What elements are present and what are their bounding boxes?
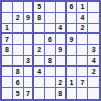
cell-r5c5[interactable] <box>45 45 56 56</box>
cell-r3c7[interactable] <box>67 24 78 35</box>
cell-r6c8[interactable] <box>77 56 88 67</box>
cell-r3c2[interactable] <box>13 24 24 35</box>
cell-r6c4[interactable] <box>34 56 45 67</box>
cell-r8c5[interactable] <box>45 77 56 88</box>
cell-r4c4[interactable] <box>34 34 45 45</box>
cell-r7c2[interactable]: 8 <box>13 67 24 78</box>
cell-r6c5[interactable]: 8 <box>45 56 56 67</box>
cell-r4c3[interactable] <box>24 34 35 45</box>
cell-r7c3[interactable] <box>24 67 35 78</box>
cell-r1c5[interactable] <box>45 2 56 13</box>
cell-r9c5[interactable] <box>45 88 56 99</box>
cell-r8c7[interactable]: 1 <box>67 77 78 88</box>
cell-r2c8[interactable]: 4 <box>77 13 88 24</box>
cell-r3c5[interactable] <box>45 24 56 35</box>
sudoku-board: 561298414276982933848426217578 <box>0 0 101 101</box>
cell-r3c9[interactable] <box>88 24 99 35</box>
cell-r7c9[interactable]: 2 <box>88 67 99 78</box>
cell-r3c3[interactable] <box>24 24 35 35</box>
cell-r8c8[interactable]: 7 <box>77 77 88 88</box>
cell-r2c9[interactable] <box>88 13 99 24</box>
cell-r6c3[interactable]: 3 <box>24 56 35 67</box>
cell-r5c4[interactable]: 2 <box>34 45 45 56</box>
cell-r1c1[interactable] <box>2 2 13 13</box>
cell-r4c5[interactable]: 6 <box>45 34 56 45</box>
cell-r4c1[interactable]: 7 <box>2 34 13 45</box>
cell-r2c7[interactable] <box>67 13 78 24</box>
cell-r9c3[interactable]: 7 <box>24 88 35 99</box>
cell-r6c6[interactable] <box>56 56 67 67</box>
cell-r7c6[interactable] <box>56 67 67 78</box>
cell-r1c7[interactable]: 6 <box>67 2 78 13</box>
cell-r7c5[interactable] <box>45 67 56 78</box>
cell-r5c8[interactable] <box>77 45 88 56</box>
cell-r4c8[interactable] <box>77 34 88 45</box>
cell-r2c1[interactable] <box>2 13 13 24</box>
cell-r7c7[interactable] <box>67 67 78 78</box>
cell-r9c4[interactable] <box>34 88 45 99</box>
cell-r2c5[interactable] <box>45 13 56 24</box>
cell-r4c7[interactable]: 9 <box>67 34 78 45</box>
cell-r3c4[interactable] <box>34 24 45 35</box>
cell-r6c9[interactable]: 4 <box>88 56 99 67</box>
cell-r3c8[interactable]: 2 <box>77 24 88 35</box>
cell-r8c4[interactable] <box>34 77 45 88</box>
cell-r2c3[interactable]: 9 <box>24 13 35 24</box>
cell-r9c2[interactable]: 5 <box>13 88 24 99</box>
cell-r5c1[interactable]: 8 <box>2 45 13 56</box>
cell-r1c8[interactable]: 1 <box>77 2 88 13</box>
cell-r5c9[interactable]: 3 <box>88 45 99 56</box>
cell-r7c4[interactable]: 4 <box>34 67 45 78</box>
cell-r4c2[interactable] <box>13 34 24 45</box>
cell-r2c2[interactable]: 2 <box>13 13 24 24</box>
cell-r4c9[interactable] <box>88 34 99 45</box>
cell-r6c2[interactable] <box>13 56 24 67</box>
cell-r9c7[interactable] <box>67 88 78 99</box>
cell-r7c8[interactable] <box>77 67 88 78</box>
cell-r5c2[interactable] <box>13 45 24 56</box>
cell-r2c4[interactable]: 8 <box>34 13 45 24</box>
cell-r8c2[interactable]: 6 <box>13 77 24 88</box>
cell-r5c6[interactable]: 9 <box>56 45 67 56</box>
cell-r8c1[interactable] <box>2 77 13 88</box>
cell-r1c6[interactable] <box>56 2 67 13</box>
cell-r9c8[interactable] <box>77 88 88 99</box>
cell-r1c2[interactable] <box>13 2 24 13</box>
cell-r1c9[interactable] <box>88 2 99 13</box>
cell-r3c1[interactable]: 1 <box>2 24 13 35</box>
cell-r2c6[interactable] <box>56 13 67 24</box>
cell-r4c6[interactable] <box>56 34 67 45</box>
cell-r8c6[interactable]: 2 <box>56 77 67 88</box>
cell-r5c7[interactable] <box>67 45 78 56</box>
cell-r9c6[interactable]: 8 <box>56 88 67 99</box>
cell-r6c7[interactable] <box>67 56 78 67</box>
cell-r9c9[interactable] <box>88 88 99 99</box>
cell-r9c1[interactable] <box>2 88 13 99</box>
cell-r1c4[interactable]: 5 <box>34 2 45 13</box>
cell-r3c6[interactable]: 4 <box>56 24 67 35</box>
cell-r1c3[interactable] <box>24 2 35 13</box>
cell-r7c1[interactable] <box>2 67 13 78</box>
cell-r8c9[interactable] <box>88 77 99 88</box>
cell-r5c3[interactable] <box>24 45 35 56</box>
cell-r8c3[interactable] <box>24 77 35 88</box>
cell-r6c1[interactable] <box>2 56 13 67</box>
